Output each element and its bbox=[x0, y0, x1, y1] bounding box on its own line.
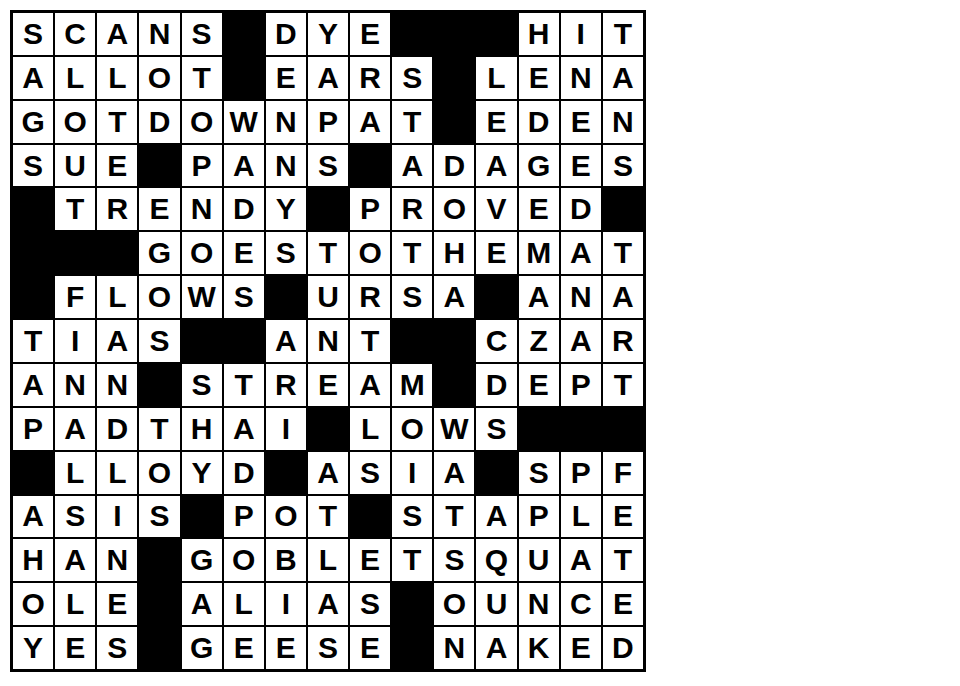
letter-cell-r1c3: A bbox=[97, 13, 137, 55]
black-square-r10c13 bbox=[519, 408, 559, 450]
letter-cell-r9c8: E bbox=[308, 364, 348, 406]
letter-cell-r3c12: E bbox=[476, 101, 516, 143]
letter-cell-r7c8: U bbox=[308, 276, 348, 318]
letter-cell-r11c15: F bbox=[603, 452, 643, 494]
black-square-r1c10 bbox=[392, 13, 432, 55]
letter-cell-r15c9: E bbox=[350, 627, 390, 669]
letter-cell-r13c2: A bbox=[55, 539, 95, 581]
letter-cell-r1c7: D bbox=[266, 13, 306, 55]
black-square-r13c4 bbox=[139, 539, 179, 581]
letter-cell-r3c3: T bbox=[97, 101, 137, 143]
letter-cell-r1c9: E bbox=[350, 13, 390, 55]
letter-cell-r4c3: E bbox=[97, 145, 137, 187]
crossword-grid: SCANSDYEHITALLOTEARSLENAGOTDOWNPATEDENSU… bbox=[10, 10, 646, 672]
letter-cell-r12c7: O bbox=[266, 496, 306, 538]
black-square-r6c1 bbox=[13, 232, 53, 274]
letter-cell-r6c10: T bbox=[392, 232, 432, 274]
letter-cell-r13c15: T bbox=[603, 539, 643, 581]
letter-cell-r13c6: O bbox=[224, 539, 264, 581]
letter-cell-r3c14: E bbox=[561, 101, 601, 143]
letter-cell-r2c12: L bbox=[476, 57, 516, 99]
letter-cell-r9c9: A bbox=[350, 364, 390, 406]
letter-cell-r14c6: L bbox=[224, 583, 264, 625]
letter-cell-r12c4: S bbox=[139, 496, 179, 538]
letter-cell-r15c3: S bbox=[97, 627, 137, 669]
letter-cell-r9c1: A bbox=[13, 364, 53, 406]
letter-cell-r4c11: D bbox=[434, 145, 474, 187]
letter-cell-r3c13: D bbox=[519, 101, 559, 143]
letter-cell-r12c6: P bbox=[224, 496, 264, 538]
letter-cell-r15c14: E bbox=[561, 627, 601, 669]
letter-cell-r7c9: R bbox=[350, 276, 390, 318]
letter-cell-r12c14: L bbox=[561, 496, 601, 538]
letter-cell-r2c1: A bbox=[13, 57, 53, 99]
letter-cell-r6c8: T bbox=[308, 232, 348, 274]
letter-cell-r7c11: A bbox=[434, 276, 474, 318]
letter-cell-r10c4: T bbox=[139, 408, 179, 450]
black-square-r8c10 bbox=[392, 320, 432, 362]
letter-cell-r11c14: P bbox=[561, 452, 601, 494]
black-square-r7c1 bbox=[13, 276, 53, 318]
letter-cell-r3c7: N bbox=[266, 101, 306, 143]
letter-cell-r14c2: L bbox=[55, 583, 95, 625]
letter-cell-r13c8: L bbox=[308, 539, 348, 581]
letter-cell-r1c13: H bbox=[519, 13, 559, 55]
letter-cell-r4c10: A bbox=[392, 145, 432, 187]
letter-cell-r4c12: A bbox=[476, 145, 516, 187]
letter-cell-r12c15: E bbox=[603, 496, 643, 538]
letter-cell-r13c12: Q bbox=[476, 539, 516, 581]
black-square-r8c6 bbox=[224, 320, 264, 362]
letter-cell-r8c1: T bbox=[13, 320, 53, 362]
letter-cell-r9c6: T bbox=[224, 364, 264, 406]
letter-cell-r6c4: G bbox=[139, 232, 179, 274]
letter-cell-r10c9: L bbox=[350, 408, 390, 450]
letter-cell-r3c1: G bbox=[13, 101, 53, 143]
black-square-r9c11 bbox=[434, 364, 474, 406]
letter-cell-r9c2: N bbox=[55, 364, 95, 406]
letter-cell-r3c8: P bbox=[308, 101, 348, 143]
letter-cell-r6c6: E bbox=[224, 232, 264, 274]
letter-cell-r8c3: A bbox=[97, 320, 137, 362]
black-square-r8c11 bbox=[434, 320, 474, 362]
letter-cell-r13c13: U bbox=[519, 539, 559, 581]
black-square-r15c10 bbox=[392, 627, 432, 669]
letter-cell-r9c12: D bbox=[476, 364, 516, 406]
letter-cell-r11c6: D bbox=[224, 452, 264, 494]
letter-cell-r7c2: F bbox=[55, 276, 95, 318]
black-square-r14c4 bbox=[139, 583, 179, 625]
letter-cell-r4c15: S bbox=[603, 145, 643, 187]
black-square-r7c7 bbox=[266, 276, 306, 318]
letter-cell-r7c6: S bbox=[224, 276, 264, 318]
letter-cell-r5c14: D bbox=[561, 188, 601, 230]
letter-cell-r8c8: N bbox=[308, 320, 348, 362]
letter-cell-r2c14: N bbox=[561, 57, 601, 99]
letter-cell-r10c12: S bbox=[476, 408, 516, 450]
letter-cell-r5c13: E bbox=[519, 188, 559, 230]
letter-cell-r15c8: S bbox=[308, 627, 348, 669]
letter-cell-r11c3: L bbox=[97, 452, 137, 494]
letter-cell-r7c13: A bbox=[519, 276, 559, 318]
black-square-r4c4 bbox=[139, 145, 179, 187]
letter-cell-r13c7: B bbox=[266, 539, 306, 581]
letter-cell-r3c2: O bbox=[55, 101, 95, 143]
letter-cell-r10c3: D bbox=[97, 408, 137, 450]
letter-cell-r3c9: A bbox=[350, 101, 390, 143]
letter-cell-r12c3: I bbox=[97, 496, 137, 538]
letter-cell-r14c5: A bbox=[182, 583, 222, 625]
letter-cell-r3c4: D bbox=[139, 101, 179, 143]
letter-cell-r2c9: R bbox=[350, 57, 390, 99]
letter-cell-r7c10: S bbox=[392, 276, 432, 318]
letter-cell-r6c5: O bbox=[182, 232, 222, 274]
letter-cell-r5c2: T bbox=[55, 188, 95, 230]
letter-cell-r1c2: C bbox=[55, 13, 95, 55]
letter-cell-r6c9: O bbox=[350, 232, 390, 274]
letter-cell-r1c4: N bbox=[139, 13, 179, 55]
letter-cell-r15c15: D bbox=[603, 627, 643, 669]
letter-cell-r10c10: O bbox=[392, 408, 432, 450]
letter-cell-r9c15: T bbox=[603, 364, 643, 406]
letter-cell-r13c3: N bbox=[97, 539, 137, 581]
black-square-r1c6 bbox=[224, 13, 264, 55]
letter-cell-r11c5: Y bbox=[182, 452, 222, 494]
letter-cell-r5c9: P bbox=[350, 188, 390, 230]
letter-cell-r10c11: W bbox=[434, 408, 474, 450]
letter-cell-r1c1: S bbox=[13, 13, 53, 55]
black-square-r5c15 bbox=[603, 188, 643, 230]
letter-cell-r2c7: E bbox=[266, 57, 306, 99]
letter-cell-r14c14: C bbox=[561, 583, 601, 625]
letter-cell-r11c2: L bbox=[55, 452, 95, 494]
letter-cell-r5c12: V bbox=[476, 188, 516, 230]
letter-cell-r7c14: N bbox=[561, 276, 601, 318]
letter-cell-r13c9: E bbox=[350, 539, 390, 581]
letter-cell-r15c2: E bbox=[55, 627, 95, 669]
letter-cell-r5c3: R bbox=[97, 188, 137, 230]
letter-cell-r8c14: A bbox=[561, 320, 601, 362]
letter-cell-r10c1: P bbox=[13, 408, 53, 450]
letter-cell-r5c11: O bbox=[434, 188, 474, 230]
letter-cell-r13c14: A bbox=[561, 539, 601, 581]
letter-cell-r8c4: S bbox=[139, 320, 179, 362]
letter-cell-r12c2: S bbox=[55, 496, 95, 538]
letter-cell-r14c3: E bbox=[97, 583, 137, 625]
letter-cell-r15c11: N bbox=[434, 627, 474, 669]
black-square-r8c5 bbox=[182, 320, 222, 362]
letter-cell-r10c5: H bbox=[182, 408, 222, 450]
letter-cell-r12c12: A bbox=[476, 496, 516, 538]
letter-cell-r8c12: C bbox=[476, 320, 516, 362]
black-square-r14c10 bbox=[392, 583, 432, 625]
letter-cell-r1c14: I bbox=[561, 13, 601, 55]
letter-cell-r9c7: R bbox=[266, 364, 306, 406]
letter-cell-r10c2: A bbox=[55, 408, 95, 450]
letter-cell-r13c10: T bbox=[392, 539, 432, 581]
letter-cell-r5c6: D bbox=[224, 188, 264, 230]
letter-cell-r5c10: R bbox=[392, 188, 432, 230]
black-square-r10c14 bbox=[561, 408, 601, 450]
black-square-r10c8 bbox=[308, 408, 348, 450]
letter-cell-r11c13: S bbox=[519, 452, 559, 494]
letter-cell-r9c13: E bbox=[519, 364, 559, 406]
letter-cell-r6c15: T bbox=[603, 232, 643, 274]
letter-cell-r12c10: S bbox=[392, 496, 432, 538]
letter-cell-r14c8: A bbox=[308, 583, 348, 625]
letter-cell-r13c1: H bbox=[13, 539, 53, 581]
letter-cell-r3c6: W bbox=[224, 101, 264, 143]
letter-cell-r9c10: M bbox=[392, 364, 432, 406]
letter-cell-r15c6: E bbox=[224, 627, 264, 669]
letter-cell-r8c15: R bbox=[603, 320, 643, 362]
letter-cell-r7c15: A bbox=[603, 276, 643, 318]
letter-cell-r2c2: L bbox=[55, 57, 95, 99]
letter-cell-r1c15: T bbox=[603, 13, 643, 55]
letter-cell-r2c3: L bbox=[97, 57, 137, 99]
letter-cell-r14c11: O bbox=[434, 583, 474, 625]
letter-cell-r8c7: A bbox=[266, 320, 306, 362]
black-square-r2c11 bbox=[434, 57, 474, 99]
letter-cell-r11c9: S bbox=[350, 452, 390, 494]
letter-cell-r8c13: Z bbox=[519, 320, 559, 362]
letter-cell-r14c1: O bbox=[13, 583, 53, 625]
letter-cell-r6c14: A bbox=[561, 232, 601, 274]
letter-cell-r4c8: S bbox=[308, 145, 348, 187]
black-square-r2c6 bbox=[224, 57, 264, 99]
letter-cell-r14c7: I bbox=[266, 583, 306, 625]
letter-cell-r3c5: O bbox=[182, 101, 222, 143]
letter-cell-r2c15: A bbox=[603, 57, 643, 99]
black-square-r9c4 bbox=[139, 364, 179, 406]
black-square-r15c4 bbox=[139, 627, 179, 669]
letter-cell-r14c12: U bbox=[476, 583, 516, 625]
letter-cell-r6c13: M bbox=[519, 232, 559, 274]
letter-cell-r9c14: P bbox=[561, 364, 601, 406]
letter-cell-r7c4: O bbox=[139, 276, 179, 318]
letter-cell-r8c9: T bbox=[350, 320, 390, 362]
black-square-r10c15 bbox=[603, 408, 643, 450]
letter-cell-r15c5: G bbox=[182, 627, 222, 669]
letter-cell-r11c8: A bbox=[308, 452, 348, 494]
black-square-r7c12 bbox=[476, 276, 516, 318]
letter-cell-r14c15: E bbox=[603, 583, 643, 625]
black-square-r6c2 bbox=[55, 232, 95, 274]
black-square-r6c3 bbox=[97, 232, 137, 274]
black-square-r1c11 bbox=[434, 13, 474, 55]
black-square-r11c7 bbox=[266, 452, 306, 494]
letter-cell-r7c5: W bbox=[182, 276, 222, 318]
letter-cell-r4c7: N bbox=[266, 145, 306, 187]
letter-cell-r12c8: T bbox=[308, 496, 348, 538]
letter-cell-r4c6: A bbox=[224, 145, 264, 187]
letter-cell-r11c11: A bbox=[434, 452, 474, 494]
letter-cell-r9c5: S bbox=[182, 364, 222, 406]
letter-cell-r15c1: Y bbox=[13, 627, 53, 669]
letter-cell-r3c15: N bbox=[603, 101, 643, 143]
black-square-r12c5 bbox=[182, 496, 222, 538]
letter-cell-r12c1: A bbox=[13, 496, 53, 538]
letter-cell-r14c13: N bbox=[519, 583, 559, 625]
letter-cell-r6c11: H bbox=[434, 232, 474, 274]
black-square-r4c9 bbox=[350, 145, 390, 187]
letter-cell-r15c7: E bbox=[266, 627, 306, 669]
letter-cell-r9c3: N bbox=[97, 364, 137, 406]
black-square-r3c11 bbox=[434, 101, 474, 143]
letter-cell-r4c2: U bbox=[55, 145, 95, 187]
letter-cell-r5c5: N bbox=[182, 188, 222, 230]
black-square-r11c12 bbox=[476, 452, 516, 494]
black-square-r12c9 bbox=[350, 496, 390, 538]
letter-cell-r5c4: E bbox=[139, 188, 179, 230]
letter-cell-r10c7: I bbox=[266, 408, 306, 450]
letter-cell-r2c4: O bbox=[139, 57, 179, 99]
letter-cell-r2c8: A bbox=[308, 57, 348, 99]
black-square-r5c1 bbox=[13, 188, 53, 230]
black-square-r1c12 bbox=[476, 13, 516, 55]
letter-cell-r4c14: E bbox=[561, 145, 601, 187]
letter-cell-r11c10: I bbox=[392, 452, 432, 494]
letter-cell-r4c13: G bbox=[519, 145, 559, 187]
letter-cell-r4c1: S bbox=[13, 145, 53, 187]
letter-cell-r6c7: S bbox=[266, 232, 306, 274]
black-square-r11c1 bbox=[13, 452, 53, 494]
letter-cell-r12c11: T bbox=[434, 496, 474, 538]
letter-cell-r2c5: T bbox=[182, 57, 222, 99]
letter-cell-r13c5: G bbox=[182, 539, 222, 581]
letter-cell-r8c2: I bbox=[55, 320, 95, 362]
letter-cell-r7c3: L bbox=[97, 276, 137, 318]
letter-cell-r3c10: T bbox=[392, 101, 432, 143]
letter-cell-r2c13: E bbox=[519, 57, 559, 99]
letter-cell-r2c10: S bbox=[392, 57, 432, 99]
letter-cell-r10c6: A bbox=[224, 408, 264, 450]
letter-cell-r6c12: E bbox=[476, 232, 516, 274]
black-square-r5c8 bbox=[308, 188, 348, 230]
letter-cell-r5c7: Y bbox=[266, 188, 306, 230]
letter-cell-r15c13: K bbox=[519, 627, 559, 669]
letter-cell-r15c12: A bbox=[476, 627, 516, 669]
letter-cell-r1c5: S bbox=[182, 13, 222, 55]
letter-cell-r1c8: Y bbox=[308, 13, 348, 55]
letter-cell-r11c4: O bbox=[139, 452, 179, 494]
letter-cell-r14c9: S bbox=[350, 583, 390, 625]
letter-cell-r4c5: P bbox=[182, 145, 222, 187]
letter-cell-r13c11: S bbox=[434, 539, 474, 581]
letter-cell-r12c13: P bbox=[519, 496, 559, 538]
